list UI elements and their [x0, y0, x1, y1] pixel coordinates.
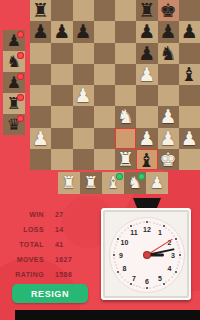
- clock-number: 5: [158, 274, 162, 281]
- clock-tick: [130, 283, 132, 285]
- clock-center-dot: [144, 252, 150, 258]
- white-pawn: ♟: [136, 64, 157, 85]
- black-bishop: ♝: [179, 64, 200, 85]
- black-pawn: ♟: [136, 21, 157, 42]
- square-b3[interactable]: [51, 106, 72, 127]
- clock-tick: [179, 258, 180, 259]
- square-f3[interactable]: [136, 106, 157, 127]
- clock-face: 123456789101112: [109, 217, 185, 293]
- square-g6[interactable]: ♞: [158, 43, 179, 64]
- clock-tick: [163, 225, 165, 227]
- white-pawn: ♟: [136, 128, 157, 149]
- square-a3[interactable]: [30, 106, 51, 127]
- white-pawn: ♟: [158, 106, 179, 127]
- clock-tick: [166, 228, 167, 229]
- square-c8[interactable]: [73, 0, 94, 21]
- stat-label: RATING: [0, 271, 44, 278]
- clock-tick: [140, 287, 141, 288]
- clock-tick: [153, 222, 154, 223]
- clock-number: 10: [121, 239, 129, 246]
- chess-app: ♜♜♚♟♟♟♟♟♟♟♞♟♝♟♞♟♟♟♟♟♜♝♚ ♟♞♟♜♛ ♜♜♝♞♟ WIN2…: [0, 0, 200, 320]
- square-a1[interactable]: [30, 149, 51, 170]
- captured-white-knight: ♞: [124, 172, 146, 194]
- square-h7[interactable]: ♟: [179, 21, 200, 42]
- clock-tick: [120, 235, 121, 236]
- square-b6[interactable]: [51, 43, 72, 64]
- square-c7[interactable]: ♟: [73, 21, 94, 42]
- clock-tick: [113, 254, 115, 256]
- black-pawn: ♟: [158, 21, 179, 42]
- captured-black-rook: ♜: [3, 93, 25, 114]
- clock-tick: [136, 223, 137, 224]
- clock-tick: [169, 279, 170, 280]
- stat-row-rating: RATING1586: [0, 267, 96, 282]
- chess-board: ♜♜♚♟♟♟♟♟♟♟♞♟♝♟♞♟♟♟♟♟♜♝♚: [30, 0, 200, 170]
- stat-value: 1586: [44, 271, 96, 278]
- square-g3[interactable]: ♟: [158, 106, 179, 127]
- clock-tick: [166, 281, 167, 282]
- black-knight: ♞: [158, 43, 179, 64]
- black-rook: ♜: [30, 0, 51, 21]
- square-a6[interactable]: [30, 43, 51, 64]
- square-c4[interactable]: ♟: [73, 85, 94, 106]
- clock-tick: [130, 225, 132, 227]
- clock-tick: [150, 287, 151, 288]
- captured-black-pieces-tray: ♟♞♟♜♛: [3, 30, 25, 135]
- clock-tick: [178, 244, 179, 245]
- black-pawn: ♟: [136, 43, 157, 64]
- stat-value: 1627: [44, 256, 96, 263]
- square-h4[interactable]: [179, 85, 200, 106]
- clock-number: 9: [119, 252, 123, 259]
- clock-tick: [115, 265, 116, 266]
- square-g1[interactable]: ♚: [158, 149, 179, 170]
- square-f7[interactable]: ♟: [136, 21, 157, 42]
- square-b1[interactable]: [51, 149, 72, 170]
- clock-number: 3: [171, 252, 175, 259]
- square-f6[interactable]: ♟: [136, 43, 157, 64]
- clock-tick: [171, 232, 172, 233]
- black-bishop: ♝: [137, 150, 156, 171]
- clock-tick: [173, 235, 174, 236]
- captured-black-pawn: ♟: [3, 72, 25, 93]
- clock-tick: [146, 287, 148, 289]
- stat-value: 14: [44, 226, 96, 233]
- captured-black-knight: ♞: [3, 51, 25, 72]
- capture-count-badge: [17, 115, 24, 122]
- clock-number: 11: [130, 229, 137, 236]
- captured-white-pawn: ♟: [146, 172, 168, 194]
- square-e1[interactable]: ♜: [115, 149, 136, 170]
- white-rook: ♜: [115, 149, 136, 170]
- clock-tick: [116, 241, 117, 242]
- black-rook: ♜: [136, 0, 157, 21]
- square-b4[interactable]: [51, 85, 72, 106]
- clock-tick: [179, 248, 180, 249]
- clock-tick: [160, 224, 161, 225]
- clock-tick: [179, 254, 181, 256]
- black-pawn: ♟: [51, 21, 72, 42]
- square-d5[interactable]: [94, 64, 115, 85]
- clock-tick: [157, 223, 158, 224]
- clock-tick: [178, 265, 179, 266]
- square-f1[interactable]: ♝: [136, 149, 157, 170]
- black-pawn: ♟: [30, 21, 51, 42]
- white-pawn: ♟: [73, 85, 94, 106]
- clock-number: 8: [123, 265, 127, 272]
- square-d4[interactable]: [94, 85, 115, 106]
- square-e5[interactable]: [115, 64, 136, 85]
- capture-count-badge: [17, 31, 24, 38]
- white-king: ♚: [158, 149, 179, 170]
- square-b7[interactable]: ♟: [51, 21, 72, 42]
- square-e8[interactable]: [115, 0, 136, 21]
- clock-tick: [143, 222, 144, 223]
- square-h8[interactable]: [179, 0, 200, 21]
- square-f5[interactable]: ♟: [136, 64, 157, 85]
- black-pawn: ♟: [179, 21, 200, 42]
- white-knight: ♞: [115, 106, 136, 127]
- clock-tick: [115, 244, 116, 245]
- square-a7[interactable]: ♟: [30, 21, 51, 42]
- clock-tick: [133, 224, 134, 225]
- clock-number: 12: [143, 226, 151, 233]
- clock-tick: [140, 222, 141, 223]
- white-rook: ♜: [58, 172, 80, 193]
- clock-tick: [173, 274, 174, 275]
- clock-tick: [127, 281, 128, 282]
- clock-tick: [117, 271, 119, 273]
- capture-count-badge: [138, 173, 145, 180]
- clock-tick: [127, 228, 128, 229]
- clock-tick: [136, 286, 137, 287]
- white-pawn: ♟: [30, 128, 51, 149]
- clock-tick: [124, 279, 125, 280]
- square-d2[interactable]: [94, 128, 115, 149]
- clock-number: 6: [145, 278, 149, 285]
- square-g2[interactable]: ♟: [158, 128, 179, 149]
- square-c6[interactable]: [73, 43, 94, 64]
- clock-number: 4: [168, 265, 172, 272]
- bottom-bar: [15, 310, 200, 320]
- capture-count-badge: [116, 173, 123, 180]
- square-h5[interactable]: ♝: [179, 64, 200, 85]
- square-c2[interactable]: [73, 128, 94, 149]
- square-g4[interactable]: [158, 85, 179, 106]
- clock-tick: [177, 241, 178, 242]
- clock-tick: [177, 268, 178, 269]
- square-a5[interactable]: [30, 64, 51, 85]
- clock-tick: [133, 285, 134, 286]
- captured-white-pieces-tray: ♜♜♝♞♟: [58, 172, 168, 194]
- stat-value: 41: [44, 241, 96, 248]
- clock-tick: [116, 268, 117, 269]
- clock-number: 1: [158, 229, 162, 236]
- black-pawn: ♟: [73, 21, 94, 42]
- clock-tick: [122, 277, 123, 278]
- stat-label: MOVES: [0, 256, 44, 263]
- square-d8[interactable]: [94, 0, 115, 21]
- square-f4[interactable]: [136, 85, 157, 106]
- capture-count-badge: [17, 94, 24, 101]
- clock-tick: [153, 287, 154, 288]
- clock-tick: [114, 248, 115, 249]
- square-b2[interactable]: [51, 128, 72, 149]
- clock-tick: [175, 238, 177, 240]
- square-h6[interactable]: [179, 43, 200, 64]
- white-rook: ♜: [80, 172, 102, 193]
- square-d3[interactable]: [94, 106, 115, 127]
- clock-tick: [171, 277, 172, 278]
- stat-value: 27: [44, 211, 96, 218]
- square-f2[interactable]: ♟: [136, 128, 157, 149]
- black-king: ♚: [158, 0, 179, 21]
- captured-white-rook: ♜: [58, 172, 80, 194]
- square-b8[interactable]: [51, 0, 72, 21]
- square-c3[interactable]: [73, 106, 94, 127]
- clock-tick: [122, 232, 123, 233]
- square-d7[interactable]: [94, 21, 115, 42]
- square-a2[interactable]: ♟: [30, 128, 51, 149]
- square-h1[interactable]: [179, 149, 200, 170]
- square-e6[interactable]: [115, 43, 136, 64]
- clock-number: 7: [132, 274, 136, 281]
- clock-tick: [179, 261, 180, 262]
- capture-count-badge: [17, 73, 24, 80]
- resign-button[interactable]: RESIGN: [12, 284, 88, 303]
- square-c1[interactable]: [73, 149, 94, 170]
- clock-tick: [124, 230, 125, 231]
- square-d1[interactable]: [94, 149, 115, 170]
- clock-tick: [120, 274, 121, 275]
- square-c5[interactable]: [73, 64, 94, 85]
- square-b5[interactable]: [51, 64, 72, 85]
- clock-tick: [117, 238, 119, 240]
- clock-tick: [160, 285, 161, 286]
- square-a8[interactable]: ♜: [30, 0, 51, 21]
- square-h2[interactable]: ♟: [179, 128, 200, 149]
- clock-tick: [143, 287, 144, 288]
- clock-tick: [163, 283, 165, 285]
- stat-row-win: WIN27: [0, 207, 96, 222]
- clock-tick: [157, 286, 158, 287]
- clock-tick: [146, 221, 148, 223]
- captured-white-rook: ♜: [80, 172, 102, 194]
- clock-tick: [114, 258, 115, 259]
- square-e4[interactable]: [115, 85, 136, 106]
- white-pawn: ♟: [146, 172, 168, 193]
- captured-white-bishop: ♝: [102, 172, 124, 194]
- stat-row-moves: MOVES1627: [0, 252, 96, 267]
- clock-tick: [114, 261, 115, 262]
- stat-label: LOSS: [0, 226, 44, 233]
- white-pawn: ♟: [179, 128, 200, 149]
- clock-tick: [150, 222, 151, 223]
- square-g8[interactable]: ♚: [158, 0, 179, 21]
- square-e7[interactable]: [115, 21, 136, 42]
- square-a4[interactable]: [30, 85, 51, 106]
- square-d6[interactable]: [94, 43, 115, 64]
- capture-count-badge: [17, 52, 24, 59]
- captured-black-pawn: ♟: [3, 30, 25, 51]
- chess-clock: 123456789101112: [100, 196, 192, 304]
- stat-row-loss: LOSS14: [0, 222, 96, 237]
- clock-tick: [169, 230, 170, 231]
- square-g5[interactable]: [158, 64, 179, 85]
- square-e2[interactable]: [115, 128, 136, 149]
- stat-row-total: TOTAL41: [0, 237, 96, 252]
- stats-panel: WIN27LOSS14TOTAL41MOVES1627RATING1586: [0, 207, 96, 282]
- square-h3[interactable]: [179, 106, 200, 127]
- clock-tick: [179, 251, 180, 252]
- captured-black-queen: ♛: [3, 114, 25, 135]
- stat-label: TOTAL: [0, 241, 44, 248]
- white-pawn: ♟: [158, 128, 179, 149]
- square-e3[interactable]: ♞: [115, 106, 136, 127]
- square-g7[interactable]: ♟: [158, 21, 179, 42]
- square-f8[interactable]: ♜: [136, 0, 157, 21]
- clock-tick: [175, 271, 177, 273]
- clock-body: 123456789101112: [101, 208, 191, 300]
- stat-label: WIN: [0, 211, 44, 218]
- clock-tick: [114, 251, 115, 252]
